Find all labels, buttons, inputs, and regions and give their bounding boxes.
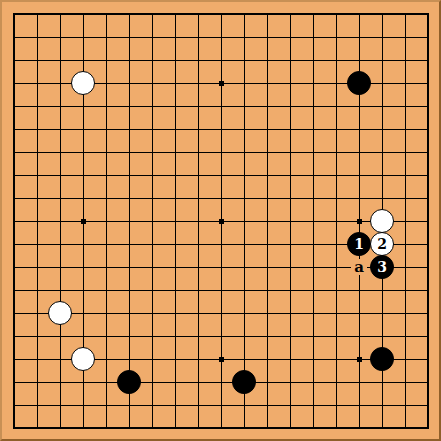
stone-black-L3 <box>232 370 256 394</box>
star-point <box>81 219 86 224</box>
stone-white-R9: 2 <box>370 232 394 256</box>
star-point <box>219 357 224 362</box>
stone-white-D4 <box>71 347 95 371</box>
stone-black-R4 <box>370 347 394 371</box>
stone-black-F3 <box>117 370 141 394</box>
board-label-a: a <box>351 259 367 275</box>
stone-black-R8: 3 <box>370 255 394 279</box>
stone-black-Q9: 1 <box>347 232 371 256</box>
star-point <box>219 219 224 224</box>
stone-black-Q16 <box>347 71 371 95</box>
go-board: a123 <box>0 0 441 441</box>
stone-white-D16 <box>71 71 95 95</box>
star-point <box>357 219 362 224</box>
star-point <box>219 81 224 86</box>
stone-white-C6 <box>48 301 72 325</box>
stone-white-R10 <box>370 209 394 233</box>
star-point <box>357 357 362 362</box>
